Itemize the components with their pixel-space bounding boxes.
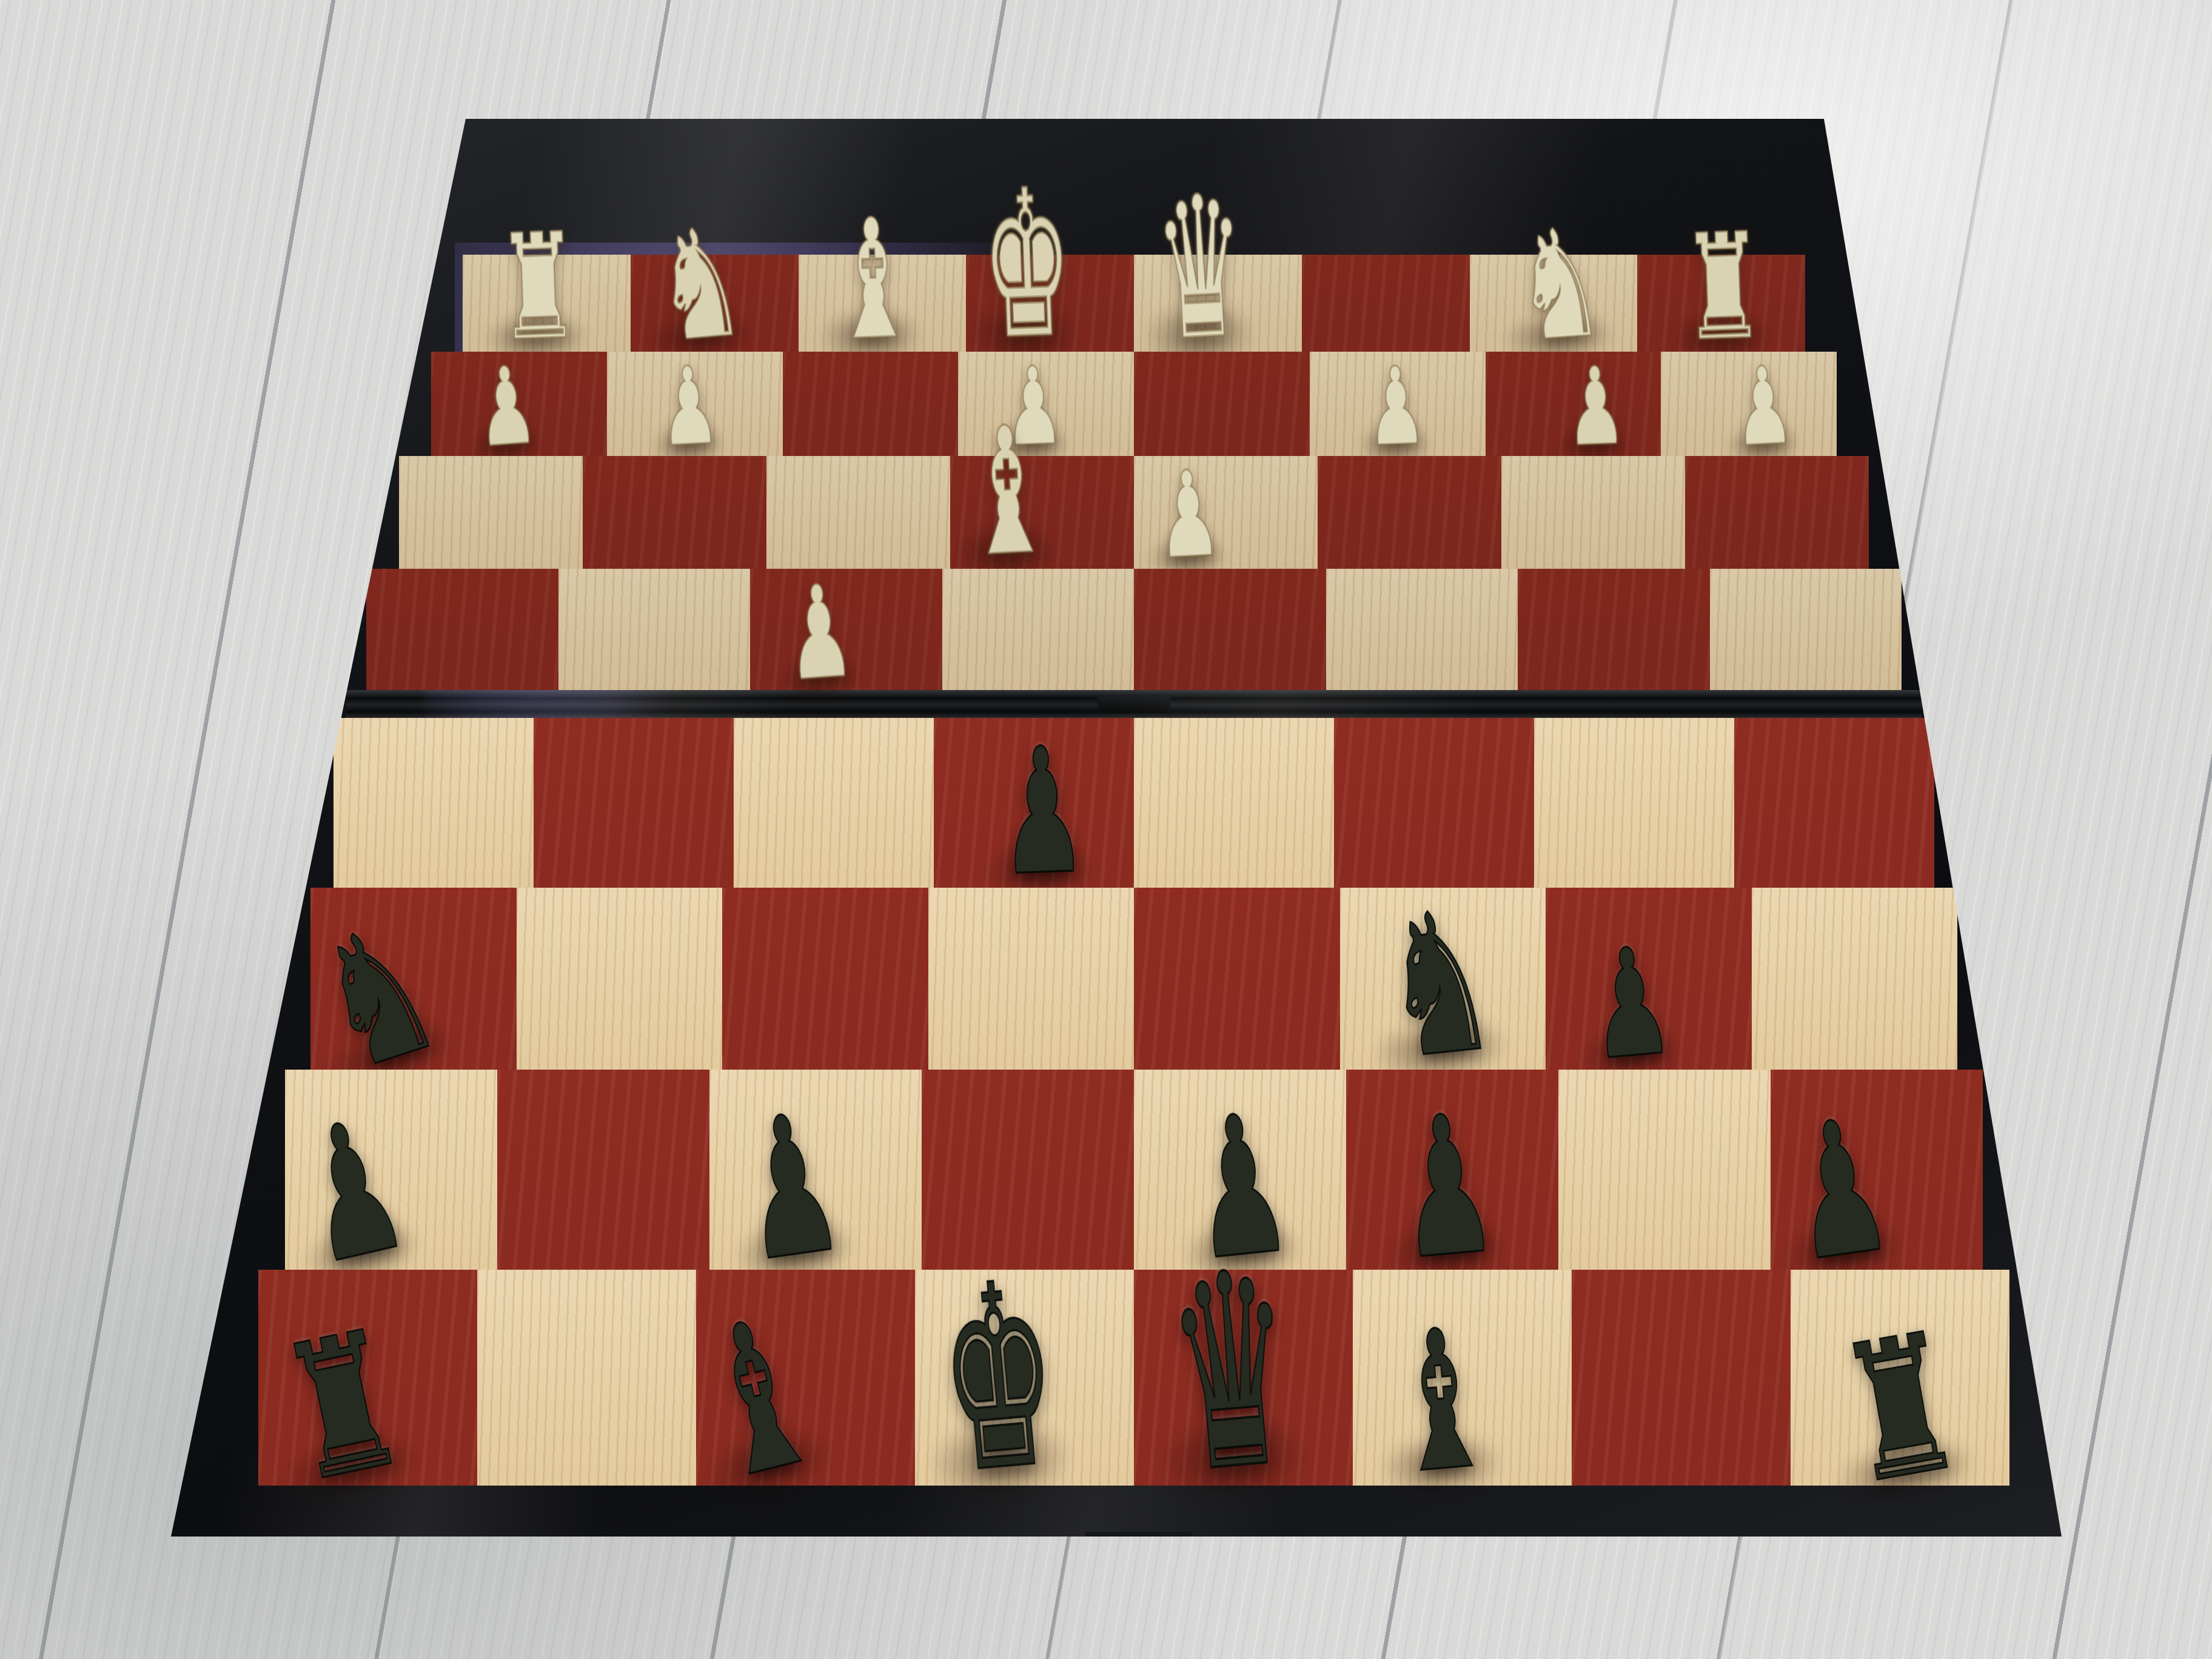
square-d4 [1134, 569, 1326, 690]
square-b5 [1534, 718, 1734, 888]
chess-board: ♜♞♝♚♛♞♜♟♟♟♟♟♟♝♟♟ ♟♞♞♟♟♟♟♟♟♜♝♚♛♝♜ [164, 115, 2068, 1540]
square-b3 [1501, 456, 1685, 569]
square-a3 [1685, 456, 1869, 569]
piece-black-queen-d8: ♛ [1161, 1245, 1302, 1501]
square-f4: ♟ [750, 569, 942, 690]
square-c5 [1334, 718, 1534, 888]
square-c4 [1326, 569, 1518, 690]
square-h7: ♟ [285, 1070, 497, 1270]
square-f1: ♝ [799, 255, 967, 352]
square-g3 [583, 456, 766, 569]
square-g2: ♟ [607, 352, 783, 456]
square-c7: ♟ [1346, 1070, 1558, 1270]
piece-white-queen-d1: ♛ [1152, 176, 1249, 360]
square-d8: ♛ [1134, 1270, 1353, 1486]
piece-black-pawn-b6: ♟ [1584, 932, 1677, 1075]
piece-white-knight-g1: ♞ [651, 212, 749, 358]
piece-white-pawn-f4: ♟ [783, 572, 857, 694]
square-b6: ♟ [1546, 888, 1752, 1070]
square-e4 [942, 569, 1134, 690]
piece-white-rook-h1: ♜ [495, 219, 581, 355]
square-c8: ♝ [1353, 1270, 1572, 1486]
piece-white-pawn-a2: ♟ [1732, 356, 1796, 458]
photo-of-travel-chess-set: { "game": "chess", "scene": { "descripti… [0, 0, 2212, 1659]
square-g7 [497, 1070, 709, 1270]
board-top-half: ♜♞♝♚♛♞♜♟♟♟♟♟♟♝♟♟ [182, 255, 2086, 690]
piece-black-knight-c6: ♞ [1376, 891, 1503, 1080]
square-h3 [399, 456, 583, 569]
piece-white-pawn-c2: ♟ [1365, 357, 1427, 457]
square-d1: ♛ [1134, 255, 1302, 352]
square-e8: ♚ [915, 1270, 1134, 1486]
square-c3 [1318, 456, 1501, 569]
piece-black-pawn-e5: ♟ [996, 731, 1088, 894]
square-d2 [1134, 352, 1310, 456]
piece-white-bishop-e3: ♝ [960, 411, 1054, 576]
frame-latch [1085, 1532, 1191, 1569]
square-a7: ♟ [1771, 1070, 1983, 1270]
square-a5 [1734, 718, 1934, 888]
piece-white-pawn-b2: ♟ [1565, 357, 1627, 457]
square-c2: ♟ [1310, 352, 1486, 456]
board-rank-7: ♟♟♟♟♟ [285, 1070, 1983, 1270]
board-rank-3: ♝♟ [399, 456, 1869, 569]
piece-white-bishop-f1: ♝ [829, 203, 917, 357]
piece-white-knight-b1: ♞ [1511, 213, 1607, 357]
piece-black-bishop-f8: ♝ [686, 1296, 830, 1503]
square-d3: ♟ [1134, 456, 1318, 569]
square-d5 [1134, 718, 1334, 888]
square-f8: ♝ [696, 1270, 915, 1486]
piece-white-king-e1: ♚ [979, 170, 1074, 360]
board-playing-area: ♜♞♝♚♛♞♜♟♟♟♟♟♟♝♟♟ ♟♞♞♟♟♟♟♟♟♜♝♚♛♝♜ [182, 255, 2086, 1486]
square-a6 [1752, 888, 1958, 1070]
hinge-clasp [1098, 695, 1170, 713]
square-b2: ♟ [1486, 352, 1661, 456]
square-b4 [1518, 569, 1710, 690]
square-f3 [766, 456, 950, 569]
piece-black-pawn-h7: ♟ [288, 1100, 417, 1284]
square-c1 [1302, 255, 1470, 352]
board-rank-8: ♜♝♚♛♝♜ [258, 1270, 2009, 1486]
square-g4 [558, 569, 751, 690]
square-h2: ♟ [431, 352, 607, 456]
board-bottom-half: ♟♞♞♟♟♟♟♟♟♜♝♚♛♝♜ [182, 718, 2086, 1486]
square-f6 [722, 888, 928, 1070]
piece-black-pawn-f7: ♟ [731, 1093, 850, 1281]
square-f2 [783, 352, 959, 456]
square-e6 [928, 888, 1134, 1070]
board-rank-5: ♟ [333, 718, 1934, 888]
piece-black-pawn-c7: ♟ [1391, 1095, 1502, 1279]
square-g1: ♞ [631, 255, 799, 352]
square-a8: ♜ [1791, 1270, 2009, 1486]
square-e5: ♟ [934, 718, 1134, 888]
piece-white-pawn-g2: ♟ [657, 356, 722, 458]
square-a2: ♟ [1661, 352, 1837, 456]
piece-black-knight-h6: ♞ [301, 903, 454, 1092]
square-b1: ♞ [1470, 255, 1638, 352]
piece-black-pawn-a7: ♟ [1781, 1099, 1899, 1280]
square-e1: ♚ [966, 255, 1134, 352]
square-h6: ♞ [310, 888, 517, 1070]
piece-black-king-e8: ♚ [932, 1258, 1065, 1500]
board-rank-4: ♟ [366, 569, 1902, 690]
square-c6: ♞ [1340, 888, 1546, 1070]
square-g8 [477, 1270, 696, 1486]
square-g5 [534, 718, 734, 888]
board-hinge-seam [346, 690, 1922, 718]
square-g6 [517, 888, 723, 1070]
board-rank-6: ♞♞♟ [310, 888, 1957, 1070]
piece-white-pawn-h2: ♟ [474, 356, 539, 458]
square-h5 [333, 718, 534, 888]
square-h8: ♜ [258, 1270, 477, 1486]
piece-white-rook-a1: ♜ [1680, 219, 1766, 355]
piece-black-rook-a8: ♜ [1830, 1313, 1971, 1504]
board-rank-1: ♜♞♝♚♛♞♜ [463, 255, 1805, 352]
square-e3: ♝ [950, 456, 1134, 569]
square-h1: ♜ [463, 255, 631, 352]
board-rank-2: ♟♟♟♟♟♟ [431, 352, 1837, 456]
square-b8 [1572, 1270, 1791, 1486]
square-b7 [1558, 1070, 1771, 1270]
square-f5 [734, 718, 934, 888]
square-d6 [1134, 888, 1340, 1070]
square-a4 [1710, 569, 1902, 690]
piece-white-pawn-d3: ♟ [1154, 459, 1222, 571]
square-a1: ♜ [1637, 255, 1805, 352]
square-h4 [366, 569, 558, 690]
piece-black-rook-h8: ♜ [270, 1312, 416, 1503]
piece-black-bishop-c8: ♝ [1384, 1310, 1498, 1495]
square-f7: ♟ [709, 1070, 922, 1270]
